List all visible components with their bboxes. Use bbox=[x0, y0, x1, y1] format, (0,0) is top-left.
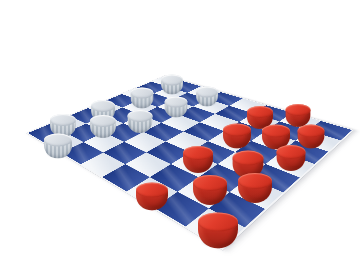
checker-piece-red bbox=[136, 183, 168, 211]
piece-top bbox=[91, 100, 115, 112]
piece-top bbox=[128, 110, 153, 122]
piece-top bbox=[238, 173, 272, 189]
checker-piece-red bbox=[183, 146, 213, 173]
piece-top bbox=[131, 88, 154, 99]
piece-top bbox=[161, 75, 183, 86]
checker-piece-red bbox=[277, 145, 306, 171]
piece-top bbox=[193, 175, 227, 191]
piece-top bbox=[196, 87, 218, 98]
piece-top bbox=[50, 114, 76, 126]
checker-piece-red bbox=[193, 175, 227, 205]
piece-top bbox=[298, 125, 325, 138]
checker-piece-red bbox=[198, 213, 238, 249]
piece-top bbox=[223, 124, 251, 137]
checker-piece-white bbox=[196, 87, 218, 107]
piece-top bbox=[277, 145, 306, 159]
checker-piece-red bbox=[238, 173, 272, 203]
checker-piece-white bbox=[165, 97, 188, 118]
piece-top bbox=[136, 183, 168, 198]
photo-scene bbox=[0, 0, 360, 270]
checker-piece-red bbox=[223, 124, 251, 149]
piece-top bbox=[286, 104, 311, 116]
checker-piece-white bbox=[90, 115, 116, 138]
checker-piece-white bbox=[161, 75, 183, 95]
checker-piece-white bbox=[131, 88, 154, 109]
piece-top bbox=[165, 97, 188, 108]
piece-top bbox=[90, 115, 116, 127]
piece-top bbox=[183, 146, 213, 160]
piece-top bbox=[198, 213, 238, 232]
pieces-layer bbox=[0, 0, 360, 270]
piece-top bbox=[233, 151, 264, 166]
piece-top bbox=[262, 125, 290, 138]
checker-piece-white bbox=[128, 110, 153, 133]
piece-top bbox=[44, 134, 72, 147]
piece-top bbox=[247, 106, 273, 118]
checker-piece-white bbox=[44, 134, 72, 159]
